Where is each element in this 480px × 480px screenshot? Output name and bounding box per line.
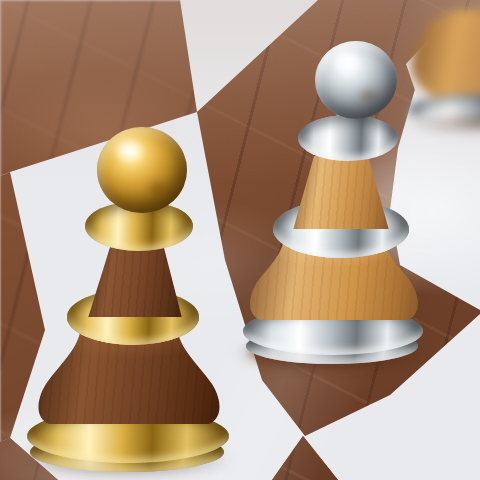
- background-pawn-blurred[interactable]: [402, 4, 480, 154]
- white-pawn-silver-ball: [315, 41, 397, 119]
- white-pawn-waist-ring-front: [273, 229, 409, 259]
- white-pawn-collar: [298, 115, 398, 161]
- background-pawn-body: [412, 10, 480, 106]
- chessboard-macro-scene: [0, 0, 480, 480]
- black-pawn-gold-ball: [97, 127, 187, 213]
- black-pawn-waist-ring-front: [67, 317, 199, 347]
